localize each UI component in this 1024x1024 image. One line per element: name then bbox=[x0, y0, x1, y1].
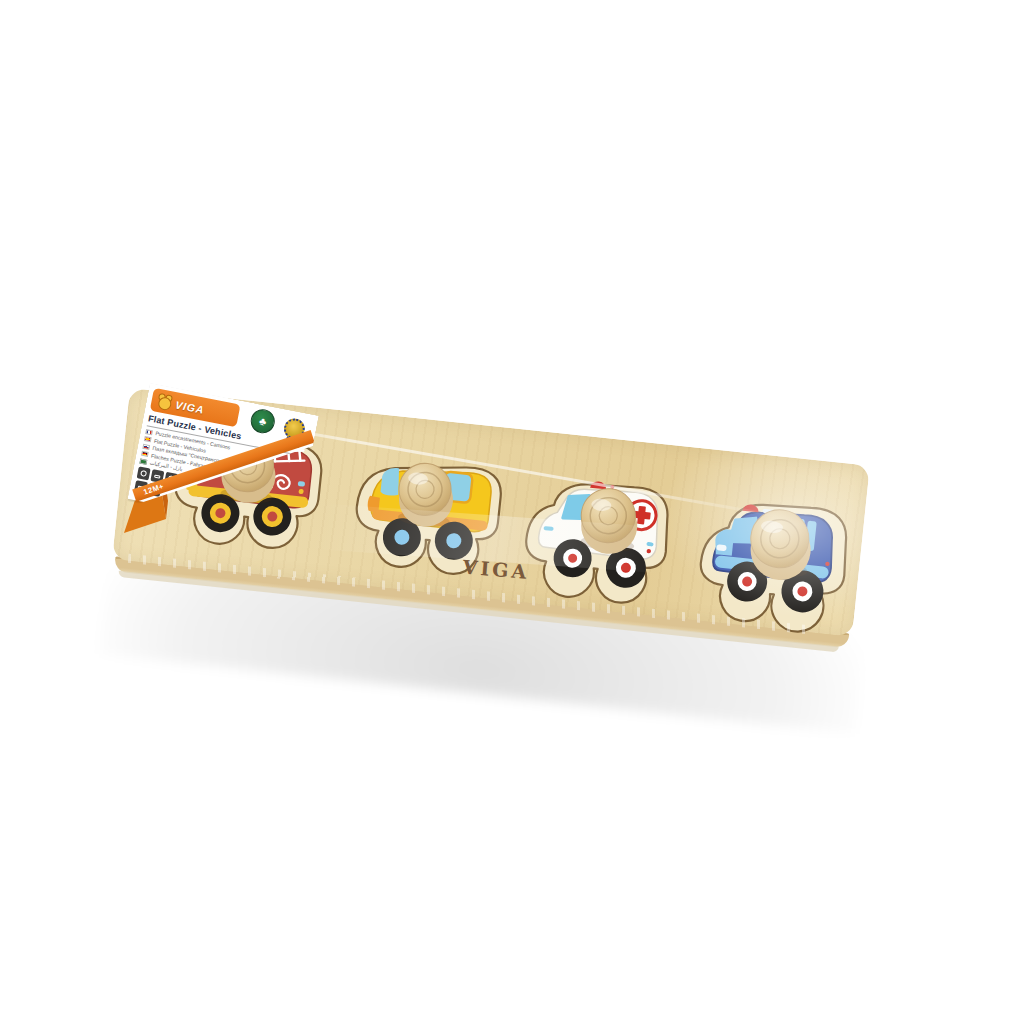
police-car-piece bbox=[675, 467, 870, 640]
germany-flag-icon bbox=[141, 451, 149, 457]
fire-truck-rear-light bbox=[298, 481, 305, 487]
arabic-flag-icon bbox=[140, 458, 148, 464]
spain-flag-icon bbox=[144, 436, 152, 442]
russia-flag-icon bbox=[142, 443, 150, 449]
slot-police-car bbox=[675, 467, 870, 640]
teddy-bear-logo-icon bbox=[154, 392, 174, 411]
slot-ambulance bbox=[502, 446, 697, 619]
product-photo-stage: VIGA VIGA ♣ Flat Puzzle - Vehicles Puzzl… bbox=[0, 0, 1024, 1024]
ambulance-piece bbox=[502, 446, 697, 619]
label-brand-text: VIGA bbox=[174, 398, 205, 415]
eco-leaf-badge-icon: ♣ bbox=[249, 407, 277, 435]
safety-pictogram-icon bbox=[137, 466, 151, 480]
france-flag-icon bbox=[145, 429, 153, 435]
